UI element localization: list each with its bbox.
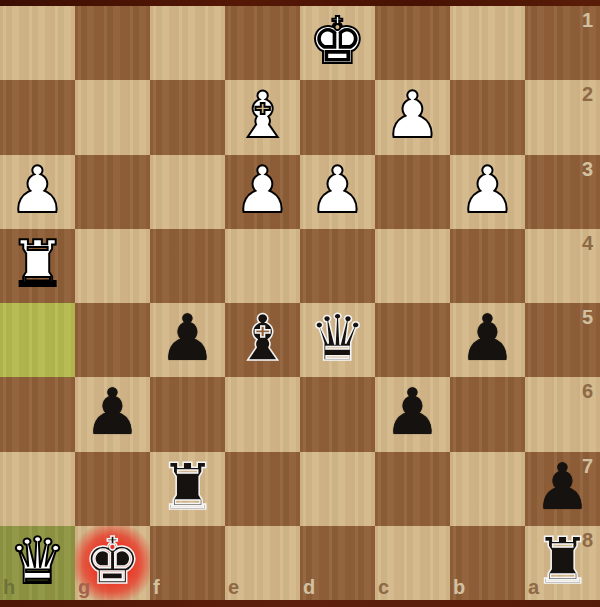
white-pawn-c2[interactable]: ♟ [384, 78, 441, 152]
square-b1[interactable] [450, 6, 525, 80]
file-label-b: b [453, 577, 465, 597]
square-e3[interactable]: ♟ [225, 155, 300, 229]
square-b8[interactable]: b [450, 526, 525, 600]
white-pawn-d3[interactable]: ♟ [309, 153, 366, 227]
file-label-c: c [378, 577, 389, 597]
square-d7[interactable] [300, 452, 375, 526]
rank-label-3: 3 [582, 159, 593, 179]
square-b5[interactable]: ♟ [450, 303, 525, 377]
black-king-g8[interactable]: ♚ [84, 524, 141, 598]
square-g5[interactable] [75, 303, 150, 377]
square-a6[interactable]: 6 [525, 377, 600, 451]
square-f1[interactable] [150, 6, 225, 80]
square-b6[interactable] [450, 377, 525, 451]
square-a2[interactable]: 2 [525, 80, 600, 154]
square-f5[interactable]: ♟ [150, 303, 225, 377]
square-e8[interactable]: e [225, 526, 300, 600]
square-c8[interactable]: c [375, 526, 450, 600]
white-bishop-e2[interactable]: ♝ [234, 78, 291, 152]
square-a7[interactable]: ♟7 [525, 452, 600, 526]
square-c6[interactable]: ♟ [375, 377, 450, 451]
square-a5[interactable]: 5 [525, 303, 600, 377]
black-pawn-g6[interactable]: ♟ [84, 375, 141, 449]
rank-label-4: 4 [582, 233, 593, 253]
square-a4[interactable]: 4 [525, 229, 600, 303]
file-label-e: e [228, 577, 239, 597]
square-h8[interactable]: ♛h [0, 526, 75, 600]
square-g3[interactable] [75, 155, 150, 229]
square-g8[interactable]: ♚g [75, 526, 150, 600]
square-c2[interactable]: ♟ [375, 80, 450, 154]
board-frame-bottom [0, 600, 600, 607]
square-f4[interactable] [150, 229, 225, 303]
square-d2[interactable] [300, 80, 375, 154]
square-a3[interactable]: 3 [525, 155, 600, 229]
square-e6[interactable] [225, 377, 300, 451]
square-f6[interactable] [150, 377, 225, 451]
file-label-h: h [3, 577, 15, 597]
white-queen-h8[interactable]: ♛ [9, 524, 66, 598]
square-c1[interactable] [375, 6, 450, 80]
square-h3[interactable]: ♟ [0, 155, 75, 229]
square-g1[interactable] [75, 6, 150, 80]
square-g6[interactable]: ♟ [75, 377, 150, 451]
square-e4[interactable] [225, 229, 300, 303]
black-pawn-f5[interactable]: ♟ [159, 301, 216, 375]
square-f8[interactable]: f [150, 526, 225, 600]
black-pawn-b5[interactable]: ♟ [459, 301, 516, 375]
white-rook-h4[interactable]: ♜ [9, 227, 66, 301]
square-c3[interactable] [375, 155, 450, 229]
square-d5[interactable]: ♛ [300, 303, 375, 377]
square-h1[interactable] [0, 6, 75, 80]
chess-app-screen: ♚1♝♟2♟♟♟♟3♜4♟♝♛♟5♟♟6♜♟7♛h♚gfedcb♜a8 [0, 0, 600, 607]
white-pawn-b3[interactable]: ♟ [459, 153, 516, 227]
square-d8[interactable]: d [300, 526, 375, 600]
square-f7[interactable]: ♜ [150, 452, 225, 526]
square-b7[interactable] [450, 452, 525, 526]
rank-label-5: 5 [582, 307, 593, 327]
square-d1[interactable]: ♚ [300, 6, 375, 80]
black-rook-f7[interactable]: ♜ [159, 450, 216, 524]
square-g4[interactable] [75, 229, 150, 303]
square-b4[interactable] [450, 229, 525, 303]
square-h5[interactable] [0, 303, 75, 377]
rank-label-2: 2 [582, 84, 593, 104]
black-bishop-e5[interactable]: ♝ [234, 301, 291, 375]
rank-label-1: 1 [582, 10, 593, 30]
rank-label-6: 6 [582, 381, 593, 401]
file-label-a: a [528, 577, 539, 597]
square-h7[interactable] [0, 452, 75, 526]
square-e7[interactable] [225, 452, 300, 526]
square-d3[interactable]: ♟ [300, 155, 375, 229]
square-g2[interactable] [75, 80, 150, 154]
file-label-g: g [78, 577, 90, 597]
square-d6[interactable] [300, 377, 375, 451]
square-e1[interactable] [225, 6, 300, 80]
square-e5[interactable]: ♝ [225, 303, 300, 377]
file-label-d: d [303, 577, 315, 597]
square-b2[interactable] [450, 80, 525, 154]
square-e2[interactable]: ♝ [225, 80, 300, 154]
chess-board: ♚1♝♟2♟♟♟♟3♜4♟♝♛♟5♟♟6♜♟7♛h♚gfedcb♜a8 [0, 6, 600, 600]
rank-label-8: 8 [582, 530, 593, 550]
white-pawn-e3[interactable]: ♟ [234, 153, 291, 227]
black-pawn-c6[interactable]: ♟ [384, 375, 441, 449]
square-g7[interactable] [75, 452, 150, 526]
rank-label-7: 7 [582, 456, 593, 476]
square-b3[interactable]: ♟ [450, 155, 525, 229]
square-a1[interactable]: 1 [525, 6, 600, 80]
file-label-f: f [153, 577, 160, 597]
white-king-d1[interactable]: ♚ [309, 4, 366, 78]
square-c7[interactable] [375, 452, 450, 526]
square-h4[interactable]: ♜ [0, 229, 75, 303]
square-c5[interactable] [375, 303, 450, 377]
square-f2[interactable] [150, 80, 225, 154]
square-h6[interactable] [0, 377, 75, 451]
square-f3[interactable] [150, 155, 225, 229]
square-d4[interactable] [300, 229, 375, 303]
white-pawn-h3[interactable]: ♟ [9, 153, 66, 227]
square-h2[interactable] [0, 80, 75, 154]
square-c4[interactable] [375, 229, 450, 303]
black-queen-d5[interactable]: ♛ [309, 301, 366, 375]
square-a8[interactable]: ♜a8 [525, 526, 600, 600]
